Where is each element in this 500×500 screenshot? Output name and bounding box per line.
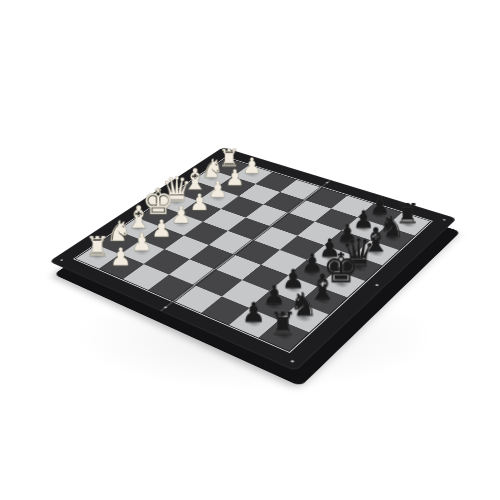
frame-screw: [374, 284, 379, 287]
frame-screw: [59, 259, 63, 261]
square-d4: [227, 217, 270, 240]
square-h2: ♟: [99, 254, 144, 279]
frame-screw: [443, 219, 447, 221]
white-pawn: ♟: [151, 217, 172, 241]
white-rook: ♜: [85, 233, 109, 260]
black-pawn: ♟: [241, 299, 265, 326]
white-pawn: ♟: [131, 231, 153, 255]
product-photo-chess-set: ♜♟♟♜♞♟♟♞♝♟♟♝♛♟♟♛♚♟♟♚♝♟♟♝♞♟♟♞♜♟♟♜: [0, 0, 500, 500]
frame-screw: [290, 360, 295, 363]
